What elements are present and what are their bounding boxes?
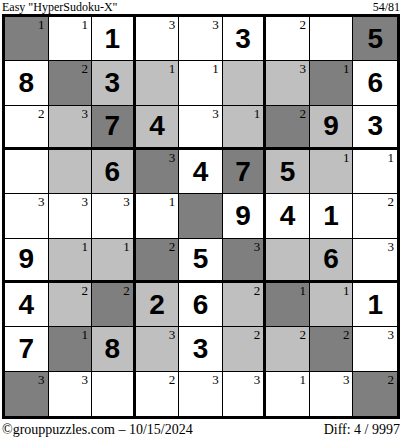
cell-r1c6[interactable]: 3: [223, 17, 267, 61]
cell-r4c3[interactable]: 6: [92, 150, 136, 194]
given-digit: 8: [5, 61, 48, 104]
cell-r9c2[interactable]: 3: [49, 372, 93, 416]
given-digit: 6: [310, 239, 353, 280]
corner-mark: 1: [82, 239, 89, 254]
corner-mark: 1: [254, 106, 261, 121]
cell-r9c8[interactable]: 3: [310, 372, 354, 416]
corner-mark: 1: [82, 17, 89, 32]
corner-mark: 3: [388, 327, 395, 342]
cell-r4c2[interactable]: [49, 150, 93, 194]
corner-mark: 1: [38, 17, 45, 32]
difficulty-text: Diff: 4 / 9997: [324, 422, 400, 437]
given-digit: 5: [179, 239, 222, 280]
corner-mark: 2: [343, 327, 350, 342]
given-digit: 3: [92, 61, 133, 104]
cell-r3c2[interactable]: 3: [49, 106, 93, 150]
cell-r1c5[interactable]: 3: [179, 17, 223, 61]
corner-mark: 3: [388, 239, 395, 254]
cell-r7c2[interactable]: 2: [49, 283, 93, 327]
given-digit: 3: [223, 17, 264, 60]
given-digit: 2: [136, 283, 179, 326]
corner-mark: 1: [82, 327, 89, 342]
cell-r8c4[interactable]: 3: [136, 327, 180, 371]
cell-r1c7[interactable]: 2: [266, 17, 310, 61]
cell-r6c1[interactable]: 9: [5, 239, 49, 283]
given-digit: 6: [353, 61, 397, 104]
cell-r6c5[interactable]: 5: [179, 239, 223, 283]
cell-r5c3[interactable]: 3: [92, 194, 136, 238]
corner-mark: 2: [299, 327, 306, 342]
cell-r6c2[interactable]: 1: [49, 239, 93, 283]
cell-r4c8[interactable]: 1: [310, 150, 354, 194]
cell-r6c6[interactable]: 3: [223, 239, 267, 283]
cell-r4c5[interactable]: 4: [179, 150, 223, 194]
corner-mark: 2: [254, 283, 261, 298]
corner-mark: 3: [299, 61, 306, 76]
corner-mark: 3: [38, 372, 45, 387]
corner-mark: 1: [212, 61, 219, 76]
given-digit: 8: [92, 327, 133, 370]
given-digit: 3: [179, 327, 222, 370]
cell-r4c1[interactable]: [5, 150, 49, 194]
cell-r9c4[interactable]: 2: [136, 372, 180, 416]
cell-r1c4[interactable]: 3: [136, 17, 180, 61]
cell-r6c4[interactable]: 2: [136, 239, 180, 283]
cell-r2c1[interactable]: 8: [5, 61, 49, 105]
footer: ©grouppuzzles.com – 10/15/2024 Diff: 4 /…: [0, 419, 402, 437]
corner-mark: 3: [254, 239, 261, 254]
given-digit: 3: [353, 106, 397, 147]
cell-r6c8[interactable]: 6: [310, 239, 354, 283]
cell-r5c9[interactable]: 2: [353, 194, 397, 238]
corner-mark: 2: [82, 61, 89, 76]
cell-r9c1[interactable]: 3: [5, 372, 49, 416]
corner-mark: 1: [343, 283, 350, 298]
given-digit: 1: [92, 17, 133, 60]
cell-r7c8[interactable]: 1: [310, 283, 354, 327]
cell-r6c9[interactable]: 3: [353, 239, 397, 283]
given-digit: 7: [5, 327, 48, 370]
cell-r5c4[interactable]: 1: [136, 194, 180, 238]
cell-r4c4[interactable]: 3: [136, 150, 180, 194]
header: Easy "HyperSudoku-X" 54/81: [0, 0, 402, 14]
cell-r8c2[interactable]: 1: [49, 327, 93, 371]
cell-r9c5[interactable]: 3: [179, 372, 223, 416]
given-digit: 9: [223, 194, 264, 237]
cell-r8c6[interactable]: 2: [223, 327, 267, 371]
cell-r1c8[interactable]: [310, 17, 354, 61]
cell-r5c1[interactable]: 3: [5, 194, 49, 238]
given-digit: 7: [223, 150, 264, 193]
corner-mark: 1: [343, 150, 350, 165]
given-digit: 4: [136, 106, 179, 147]
cell-r2c7[interactable]: 3: [266, 61, 310, 105]
given-digit: 5: [353, 17, 397, 60]
cell-r9c3[interactable]: [92, 372, 136, 416]
cell-r3c5[interactable]: 3: [179, 106, 223, 150]
corner-mark: 3: [212, 17, 219, 32]
corner-mark: 2: [388, 372, 395, 387]
cell-r3c1[interactable]: 2: [5, 106, 49, 150]
cell-r6c7[interactable]: [266, 239, 310, 283]
corner-mark: 2: [388, 194, 395, 209]
corner-mark: 3: [123, 194, 130, 209]
cell-r3c8[interactable]: 9: [310, 106, 354, 150]
corner-mark: 2: [82, 283, 89, 298]
corner-mark: 3: [169, 17, 176, 32]
cell-r1c3[interactable]: 1: [92, 17, 136, 61]
cell-r1c1[interactable]: 1: [5, 17, 49, 61]
cell-r5c8[interactable]: 1: [310, 194, 354, 238]
corner-mark: 2: [123, 283, 130, 298]
cell-r7c3[interactable]: 2: [92, 283, 136, 327]
cell-r1c2[interactable]: 1: [49, 17, 93, 61]
corner-mark: 3: [169, 150, 176, 165]
corner-mark: 1: [388, 150, 395, 165]
given-digit: 4: [266, 194, 309, 237]
corner-mark: 2: [38, 106, 45, 121]
cell-r2c3[interactable]: 3: [92, 61, 136, 105]
cell-r8c8[interactable]: 2: [310, 327, 354, 371]
cell-r1c9[interactable]: 5: [353, 17, 397, 61]
cell-r9c7[interactable]: 1: [266, 372, 310, 416]
cell-r5c7[interactable]: 4: [266, 194, 310, 238]
given-digit: 9: [5, 239, 48, 280]
cell-r5c2[interactable]: 3: [49, 194, 93, 238]
cell-r7c7[interactable]: 1: [266, 283, 310, 327]
cell-r3c3[interactable]: 7: [92, 106, 136, 150]
corner-mark: 1: [169, 61, 176, 76]
cell-r2c6[interactable]: [223, 61, 267, 105]
corner-mark: 3: [82, 194, 89, 209]
corner-mark: 3: [212, 372, 219, 387]
cell-r9c9[interactable]: 2: [353, 372, 397, 416]
corner-mark: 3: [212, 106, 219, 121]
given-digit: 4: [5, 283, 48, 326]
corner-mark: 3: [169, 327, 176, 342]
cell-r4c9[interactable]: 1: [353, 150, 397, 194]
given-digit: 4: [179, 150, 222, 193]
corner-mark: 2: [299, 17, 306, 32]
corner-mark: 3: [82, 106, 89, 121]
cell-r3c7[interactable]: 2: [266, 106, 310, 150]
cell-r6c3[interactable]: 1: [92, 239, 136, 283]
cell-r2c2[interactable]: 2: [49, 61, 93, 105]
corner-mark: 1: [343, 61, 350, 76]
cell-r7c4[interactable]: 2: [136, 283, 180, 327]
corner-mark: 1: [299, 372, 306, 387]
given-digit: 6: [179, 283, 222, 326]
cell-r7c9[interactable]: 1: [353, 283, 397, 327]
given-digit: 9: [310, 106, 353, 147]
cell-r8c3[interactable]: 8: [92, 327, 136, 371]
corner-mark: 3: [38, 194, 45, 209]
cell-r8c1[interactable]: 7: [5, 327, 49, 371]
corner-mark: 3: [82, 372, 89, 387]
cell-r9c6[interactable]: 3: [223, 372, 267, 416]
cell-r5c5[interactable]: [179, 194, 223, 238]
cell-r3c9[interactable]: 3: [353, 106, 397, 150]
cell-r2c4[interactable]: 1: [136, 61, 180, 105]
cell-r2c5[interactable]: 1: [179, 61, 223, 105]
corner-mark: 3: [343, 372, 350, 387]
corner-mark: 3: [254, 372, 261, 387]
progress-counter: 54/81: [373, 0, 400, 14]
cell-r2c9[interactable]: 6: [353, 61, 397, 105]
cell-r7c6[interactable]: 2: [223, 283, 267, 327]
corner-mark: 2: [254, 327, 261, 342]
cell-r8c5[interactable]: 3: [179, 327, 223, 371]
given-digit: 6: [92, 150, 133, 193]
cell-r5c6[interactable]: 9: [223, 194, 267, 238]
corner-mark: 1: [169, 194, 176, 209]
puzzle-title: Easy "HyperSudoku-X": [2, 0, 117, 14]
corner-mark: 2: [299, 106, 306, 121]
cell-r7c1[interactable]: 4: [5, 283, 49, 327]
cell-r4c6[interactable]: 7: [223, 150, 267, 194]
cell-r2c8[interactable]: 1: [310, 61, 354, 105]
copyright-text: ©grouppuzzles.com – 10/15/2024: [2, 422, 193, 437]
corner-mark: 2: [169, 372, 176, 387]
cell-r3c6[interactable]: 1: [223, 106, 267, 150]
corner-mark: 1: [123, 239, 130, 254]
given-digit: 1: [353, 283, 397, 326]
corner-mark: 2: [169, 239, 176, 254]
given-digit: 7: [92, 106, 133, 147]
given-digit: 1: [310, 194, 353, 237]
given-digit: 5: [266, 150, 309, 193]
cell-r3c4[interactable]: 4: [136, 106, 180, 150]
cell-r7c5[interactable]: 6: [179, 283, 223, 327]
cell-r8c9[interactable]: 3: [353, 327, 397, 371]
sudoku-grid: 1113332582311316237431293634751133319412…: [2, 14, 400, 419]
cell-r4c7[interactable]: 5: [266, 150, 310, 194]
cell-r8c7[interactable]: 2: [266, 327, 310, 371]
corner-mark: 1: [299, 283, 306, 298]
